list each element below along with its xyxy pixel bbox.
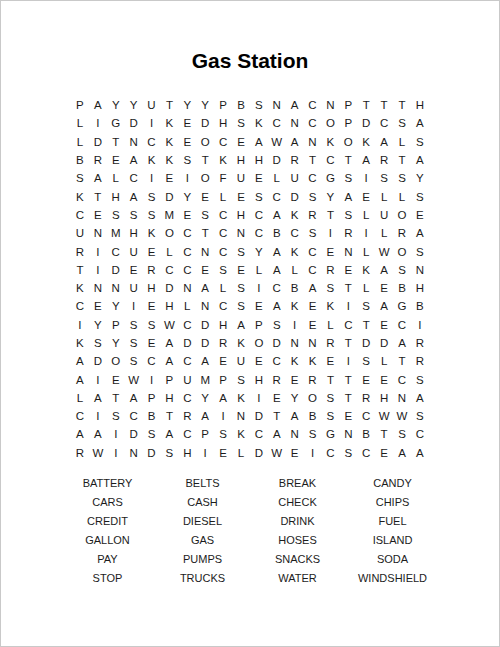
grid-cell[interactable]: H	[232, 151, 250, 169]
grid-cell[interactable]: A	[393, 334, 411, 352]
grid-cell[interactable]: T	[375, 96, 393, 114]
grid-cell[interactable]: S	[232, 370, 250, 388]
grid-cell[interactable]: K	[143, 151, 161, 169]
grid-cell[interactable]: Y	[107, 334, 125, 352]
grid-cell[interactable]: U	[125, 279, 143, 297]
grid-cell[interactable]: I	[357, 224, 375, 242]
grid-cell[interactable]: A	[411, 389, 429, 407]
grid-cell[interactable]: P	[339, 96, 357, 114]
grid-cell[interactable]: C	[178, 261, 196, 279]
grid-cell[interactable]: T	[393, 352, 411, 370]
grid-cell[interactable]: N	[339, 425, 357, 443]
grid-cell[interactable]: W	[393, 407, 411, 425]
grid-cell[interactable]: D	[89, 133, 107, 151]
grid-cell[interactable]: E	[232, 261, 250, 279]
grid-cell[interactable]: I	[125, 297, 143, 315]
grid-cell[interactable]: A	[160, 425, 178, 443]
grid-cell[interactable]: C	[214, 206, 232, 224]
grid-cell[interactable]: A	[286, 96, 304, 114]
grid-cell[interactable]: E	[250, 169, 268, 187]
grid-cell[interactable]: N	[232, 224, 250, 242]
grid-cell[interactable]: N	[125, 133, 143, 151]
grid-cell[interactable]: Y	[196, 389, 214, 407]
grid-cell[interactable]: C	[393, 370, 411, 388]
grid-cell[interactable]: C	[268, 114, 286, 132]
grid-cell[interactable]: T	[339, 279, 357, 297]
grid-cell[interactable]: S	[411, 407, 429, 425]
grid-cell[interactable]: E	[214, 352, 232, 370]
grid-cell[interactable]: K	[286, 352, 304, 370]
grid-cell[interactable]: A	[71, 370, 89, 388]
grid-cell[interactable]: R	[393, 224, 411, 242]
grid-cell[interactable]: W	[125, 370, 143, 388]
grid-cell[interactable]: A	[232, 316, 250, 334]
grid-cell[interactable]: H	[250, 370, 268, 388]
grid-cell[interactable]: C	[214, 224, 232, 242]
grid-cell[interactable]: C	[71, 206, 89, 224]
grid-cell[interactable]: C	[268, 279, 286, 297]
grid-cell[interactable]: C	[250, 224, 268, 242]
grid-cell[interactable]: L	[357, 206, 375, 224]
grid-cell[interactable]: A	[375, 133, 393, 151]
grid-cell[interactable]: H	[160, 389, 178, 407]
grid-cell[interactable]: A	[411, 114, 429, 132]
grid-cell[interactable]: S	[71, 169, 89, 187]
grid-cell[interactable]: C	[178, 316, 196, 334]
grid-cell[interactable]: A	[411, 151, 429, 169]
grid-cell[interactable]: O	[339, 133, 357, 151]
grid-cell[interactable]: U	[125, 242, 143, 260]
grid-cell[interactable]: A	[160, 352, 178, 370]
grid-cell[interactable]: H	[375, 389, 393, 407]
grid-cell[interactable]: R	[321, 261, 339, 279]
grid-cell[interactable]: D	[250, 407, 268, 425]
grid-cell[interactable]: S	[339, 169, 357, 187]
grid-cell[interactable]: C	[143, 133, 161, 151]
grid-cell[interactable]: N	[196, 242, 214, 260]
grid-cell[interactable]: E	[250, 352, 268, 370]
grid-cell[interactable]: A	[268, 242, 286, 260]
grid-cell[interactable]: C	[214, 297, 232, 315]
grid-cell[interactable]: S	[143, 187, 161, 205]
grid-cell[interactable]: K	[160, 151, 178, 169]
grid-cell[interactable]: N	[411, 261, 429, 279]
grid-cell[interactable]: L	[71, 114, 89, 132]
grid-cell[interactable]: D	[125, 114, 143, 132]
grid-cell[interactable]: C	[214, 242, 232, 260]
grid-cell[interactable]: B	[304, 407, 322, 425]
grid-cell[interactable]: S	[143, 316, 161, 334]
grid-cell[interactable]: C	[411, 425, 429, 443]
grid-cell[interactable]: C	[71, 407, 89, 425]
grid-cell[interactable]: R	[411, 352, 429, 370]
grid-cell[interactable]: A	[125, 389, 143, 407]
grid-cell[interactable]: I	[143, 370, 161, 388]
grid-cell[interactable]: U	[178, 370, 196, 388]
grid-cell[interactable]: A	[286, 407, 304, 425]
grid-cell[interactable]: W	[375, 407, 393, 425]
grid-cell[interactable]: A	[268, 261, 286, 279]
grid-cell[interactable]: A	[250, 133, 268, 151]
grid-cell[interactable]: L	[214, 187, 232, 205]
grid-cell[interactable]: N	[286, 114, 304, 132]
grid-cell[interactable]: S	[411, 370, 429, 388]
grid-cell[interactable]: B	[71, 151, 89, 169]
grid-cell[interactable]: S	[232, 242, 250, 260]
grid-cell[interactable]: T	[393, 96, 411, 114]
grid-cell[interactable]: E	[304, 297, 322, 315]
grid-cell[interactable]: T	[357, 96, 375, 114]
grid-cell[interactable]: E	[339, 261, 357, 279]
grid-cell[interactable]: U	[286, 169, 304, 187]
grid-cell[interactable]: U	[232, 352, 250, 370]
grid-cell[interactable]: C	[250, 206, 268, 224]
grid-cell[interactable]: L	[250, 261, 268, 279]
grid-cell[interactable]: C	[125, 407, 143, 425]
grid-cell[interactable]: Y	[178, 96, 196, 114]
grid-cell[interactable]: K	[357, 133, 375, 151]
grid-cell[interactable]: T	[71, 261, 89, 279]
grid-cell[interactable]: T	[107, 133, 125, 151]
grid-cell[interactable]: S	[196, 206, 214, 224]
grid-cell[interactable]: S	[160, 444, 178, 462]
grid-cell[interactable]: W	[268, 444, 286, 462]
grid-cell[interactable]: G	[393, 297, 411, 315]
grid-cell[interactable]: T	[321, 206, 339, 224]
grid-cell[interactable]: B	[286, 279, 304, 297]
grid-cell[interactable]: T	[107, 389, 125, 407]
grid-cell[interactable]: A	[71, 425, 89, 443]
grid-cell[interactable]: C	[268, 352, 286, 370]
grid-cell[interactable]: T	[321, 370, 339, 388]
grid-cell[interactable]: I	[286, 316, 304, 334]
grid-cell[interactable]: R	[71, 444, 89, 462]
grid-cell[interactable]: P	[250, 316, 268, 334]
grid-cell[interactable]: H	[214, 316, 232, 334]
grid-cell[interactable]: T	[339, 370, 357, 388]
grid-cell[interactable]: H	[214, 114, 232, 132]
grid-cell[interactable]: Y	[107, 297, 125, 315]
grid-cell[interactable]: O	[393, 206, 411, 224]
grid-cell[interactable]: A	[411, 444, 429, 462]
grid-cell[interactable]: I	[89, 370, 107, 388]
grid-cell[interactable]: E	[304, 316, 322, 334]
grid-cell[interactable]: K	[160, 114, 178, 132]
grid-cell[interactable]: O	[393, 242, 411, 260]
grid-cell[interactable]: N	[286, 425, 304, 443]
grid-cell[interactable]: N	[304, 334, 322, 352]
grid-cell[interactable]: A	[411, 224, 429, 242]
grid-cell[interactable]: E	[107, 151, 125, 169]
grid-cell[interactable]: M	[196, 370, 214, 388]
grid-cell[interactable]: Y	[178, 187, 196, 205]
grid-cell[interactable]: E	[107, 370, 125, 388]
grid-cell[interactable]: T	[196, 224, 214, 242]
grid-cell[interactable]: D	[357, 334, 375, 352]
grid-cell[interactable]: G	[107, 114, 125, 132]
grid-cell[interactable]: K	[304, 352, 322, 370]
grid-cell[interactable]: N	[196, 297, 214, 315]
grid-cell[interactable]: K	[160, 133, 178, 151]
grid-cell[interactable]: U	[232, 169, 250, 187]
grid-cell[interactable]: E	[357, 187, 375, 205]
grid-cell[interactable]: Y	[125, 96, 143, 114]
grid-cell[interactable]: E	[232, 187, 250, 205]
grid-cell[interactable]: L	[268, 169, 286, 187]
grid-cell[interactable]: C	[304, 242, 322, 260]
grid-cell[interactable]: I	[107, 444, 125, 462]
grid-cell[interactable]: S	[89, 334, 107, 352]
grid-cell[interactable]: K	[143, 224, 161, 242]
grid-cell[interactable]: D	[196, 114, 214, 132]
grid-cell[interactable]: N	[286, 334, 304, 352]
grid-cell[interactable]: A	[196, 352, 214, 370]
grid-cell[interactable]: D	[286, 187, 304, 205]
grid-cell[interactable]: R	[268, 370, 286, 388]
grid-cell[interactable]: A	[304, 279, 322, 297]
grid-cell[interactable]: G	[321, 425, 339, 443]
grid-cell[interactable]: I	[304, 444, 322, 462]
grid-cell[interactable]: W	[160, 316, 178, 334]
grid-cell[interactable]: C	[357, 444, 375, 462]
grid-cell[interactable]: E	[89, 297, 107, 315]
grid-cell[interactable]: A	[375, 297, 393, 315]
grid-cell[interactable]: K	[71, 334, 89, 352]
grid-cell[interactable]: T	[196, 151, 214, 169]
grid-cell[interactable]: A	[89, 169, 107, 187]
grid-cell[interactable]: Y	[321, 187, 339, 205]
grid-cell[interactable]: C	[71, 297, 89, 315]
grid-cell[interactable]: Y	[250, 242, 268, 260]
grid-cell[interactable]: R	[178, 407, 196, 425]
grid-cell[interactable]: E	[250, 297, 268, 315]
grid-cell[interactable]: E	[178, 114, 196, 132]
grid-cell[interactable]: T	[304, 151, 322, 169]
grid-cell[interactable]: I	[339, 352, 357, 370]
grid-cell[interactable]: R	[286, 151, 304, 169]
grid-cell[interactable]: H	[178, 444, 196, 462]
grid-cell[interactable]: D	[250, 444, 268, 462]
grid-cell[interactable]: D	[196, 316, 214, 334]
grid-cell[interactable]: A	[89, 425, 107, 443]
grid-cell[interactable]: C	[107, 242, 125, 260]
grid-cell[interactable]: R	[143, 261, 161, 279]
grid-cell[interactable]: A	[357, 151, 375, 169]
grid-cell[interactable]: I	[357, 169, 375, 187]
grid-cell[interactable]: C	[160, 261, 178, 279]
grid-cell[interactable]: D	[357, 114, 375, 132]
grid-cell[interactable]: D	[125, 425, 143, 443]
grid-cell[interactable]: P	[160, 370, 178, 388]
grid-cell[interactable]: B	[143, 407, 161, 425]
grid-cell[interactable]: D	[107, 261, 125, 279]
grid-cell[interactable]: E	[339, 407, 357, 425]
grid-cell[interactable]: T	[393, 151, 411, 169]
grid-cell[interactable]: B	[357, 425, 375, 443]
grid-cell[interactable]: S	[125, 334, 143, 352]
grid-cell[interactable]: L	[160, 242, 178, 260]
grid-cell[interactable]: M	[107, 224, 125, 242]
grid-cell[interactable]: P	[196, 425, 214, 443]
grid-cell[interactable]: K	[286, 206, 304, 224]
grid-cell[interactable]: A	[339, 187, 357, 205]
grid-cell[interactable]: B	[232, 96, 250, 114]
grid-cell[interactable]: P	[143, 389, 161, 407]
grid-cell[interactable]: D	[196, 334, 214, 352]
grid-cell[interactable]: L	[393, 187, 411, 205]
grid-cell[interactable]: E	[178, 133, 196, 151]
grid-cell[interactable]: K	[232, 389, 250, 407]
grid-cell[interactable]: S	[214, 425, 232, 443]
grid-cell[interactable]: C	[393, 316, 411, 334]
grid-cell[interactable]: E	[321, 242, 339, 260]
grid-cell[interactable]: S	[107, 206, 125, 224]
grid-cell[interactable]: T	[339, 151, 357, 169]
grid-cell[interactable]: E	[375, 316, 393, 334]
grid-cell[interactable]: T	[339, 334, 357, 352]
grid-cell[interactable]: C	[178, 352, 196, 370]
grid-cell[interactable]: I	[143, 114, 161, 132]
grid-cell[interactable]: C	[357, 407, 375, 425]
grid-cell[interactable]: N	[321, 96, 339, 114]
grid-cell[interactable]: T	[339, 389, 357, 407]
grid-cell[interactable]: I	[250, 389, 268, 407]
grid-cell[interactable]: A	[286, 133, 304, 151]
grid-cell[interactable]: P	[71, 96, 89, 114]
grid-cell[interactable]: O	[196, 133, 214, 151]
grid-cell[interactable]: K	[286, 242, 304, 260]
grid-cell[interactable]: C	[304, 96, 322, 114]
grid-cell[interactable]: C	[268, 187, 286, 205]
grid-cell[interactable]: N	[178, 279, 196, 297]
grid-cell[interactable]: U	[71, 224, 89, 242]
grid-cell[interactable]: E	[268, 389, 286, 407]
grid-cell[interactable]: L	[71, 389, 89, 407]
grid-cell[interactable]: W	[89, 444, 107, 462]
grid-cell[interactable]: S	[107, 407, 125, 425]
grid-cell[interactable]: H	[160, 297, 178, 315]
grid-cell[interactable]: R	[304, 206, 322, 224]
grid-cell[interactable]: A	[125, 187, 143, 205]
grid-cell[interactable]: C	[143, 352, 161, 370]
grid-cell[interactable]: D	[375, 334, 393, 352]
grid-cell[interactable]: S	[339, 206, 357, 224]
grid-cell[interactable]: O	[107, 352, 125, 370]
grid-cell[interactable]: B	[268, 224, 286, 242]
grid-cell[interactable]: Y	[286, 389, 304, 407]
grid-cell[interactable]: I	[178, 169, 196, 187]
grid-cell[interactable]: N	[232, 407, 250, 425]
grid-cell[interactable]: E	[286, 444, 304, 462]
grid-cell[interactable]: L	[375, 187, 393, 205]
grid-cell[interactable]: I	[196, 444, 214, 462]
grid-cell[interactable]: A	[196, 407, 214, 425]
grid-cell[interactable]: N	[339, 242, 357, 260]
grid-cell[interactable]: P	[339, 114, 357, 132]
grid-cell[interactable]: K	[232, 334, 250, 352]
grid-cell[interactable]: K	[214, 151, 232, 169]
grid-cell[interactable]: E	[375, 370, 393, 388]
grid-cell[interactable]: E	[375, 444, 393, 462]
grid-cell[interactable]: S	[375, 169, 393, 187]
grid-cell[interactable]: D	[268, 151, 286, 169]
grid-cell[interactable]: K	[321, 133, 339, 151]
grid-cell[interactable]: E	[286, 370, 304, 388]
grid-cell[interactable]: N	[89, 279, 107, 297]
grid-cell[interactable]: S	[393, 425, 411, 443]
grid-cell[interactable]: N	[268, 96, 286, 114]
grid-cell[interactable]: E	[232, 133, 250, 151]
grid-cell[interactable]: E	[143, 334, 161, 352]
grid-cell[interactable]: W	[375, 242, 393, 260]
grid-cell[interactable]: L	[357, 279, 375, 297]
grid-cell[interactable]: S	[232, 297, 250, 315]
grid-cell[interactable]: H	[250, 151, 268, 169]
grid-cell[interactable]: O	[160, 224, 178, 242]
grid-cell[interactable]: C	[250, 425, 268, 443]
grid-cell[interactable]: W	[268, 133, 286, 151]
grid-cell[interactable]: A	[375, 261, 393, 279]
grid-cell[interactable]: P	[214, 370, 232, 388]
grid-cell[interactable]: T	[375, 425, 393, 443]
grid-cell[interactable]: L	[178, 297, 196, 315]
grid-cell[interactable]: T	[160, 407, 178, 425]
grid-cell[interactable]: L	[375, 352, 393, 370]
grid-cell[interactable]: E	[214, 444, 232, 462]
grid-cell[interactable]: S	[232, 114, 250, 132]
grid-cell[interactable]: C	[178, 224, 196, 242]
grid-cell[interactable]: N	[393, 389, 411, 407]
grid-cell[interactable]: D	[178, 334, 196, 352]
grid-cell[interactable]: F	[214, 169, 232, 187]
grid-cell[interactable]: A	[268, 206, 286, 224]
grid-cell[interactable]: Y	[411, 169, 429, 187]
grid-cell[interactable]: E	[321, 352, 339, 370]
grid-cell[interactable]: C	[178, 425, 196, 443]
grid-cell[interactable]: O	[321, 114, 339, 132]
grid-cell[interactable]: S	[321, 407, 339, 425]
grid-cell[interactable]: S	[393, 169, 411, 187]
grid-cell[interactable]: C	[304, 261, 322, 279]
grid-cell[interactable]: S	[143, 206, 161, 224]
grid-cell[interactable]: S	[125, 316, 143, 334]
grid-cell[interactable]: C	[178, 242, 196, 260]
grid-cell[interactable]: N	[107, 279, 125, 297]
grid-cell[interactable]: A	[125, 151, 143, 169]
grid-cell[interactable]: H	[232, 206, 250, 224]
grid-cell[interactable]: E	[143, 242, 161, 260]
grid-cell[interactable]: A	[393, 444, 411, 462]
grid-cell[interactable]: L	[286, 261, 304, 279]
grid-cell[interactable]: S	[250, 187, 268, 205]
grid-cell[interactable]: C	[375, 114, 393, 132]
grid-cell[interactable]: G	[321, 169, 339, 187]
grid-cell[interactable]: U	[375, 206, 393, 224]
grid-cell[interactable]: R	[304, 370, 322, 388]
grid-cell[interactable]: R	[339, 224, 357, 242]
grid-cell[interactable]: P	[214, 96, 232, 114]
grid-cell[interactable]: B	[411, 297, 429, 315]
grid-cell[interactable]: E	[411, 206, 429, 224]
grid-cell[interactable]: L	[232, 444, 250, 462]
grid-cell[interactable]: S	[214, 261, 232, 279]
grid-cell[interactable]: S	[178, 151, 196, 169]
grid-cell[interactable]: R	[411, 334, 429, 352]
grid-cell[interactable]: S	[357, 352, 375, 370]
grid-cell[interactable]: A	[214, 389, 232, 407]
grid-cell[interactable]: N	[304, 133, 322, 151]
grid-cell[interactable]: L	[375, 224, 393, 242]
